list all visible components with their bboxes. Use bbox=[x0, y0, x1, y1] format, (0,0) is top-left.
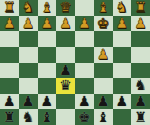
black-pawn-g7: ♟ bbox=[116, 16, 129, 31]
black-pawn-b7: ♟ bbox=[22, 16, 35, 31]
square-d1[interactable] bbox=[56, 109, 75, 125]
white-king-e1: ♚ bbox=[78, 110, 91, 125]
square-a4[interactable] bbox=[0, 63, 19, 79]
square-d4[interactable]: ♟ bbox=[56, 63, 75, 79]
black-rook-a8: ♜ bbox=[3, 0, 16, 15]
square-a5[interactable] bbox=[0, 47, 19, 63]
white-pawn-f2: ♟ bbox=[97, 94, 110, 109]
square-c4[interactable] bbox=[38, 63, 57, 79]
square-d3[interactable]: ♛ bbox=[56, 78, 75, 94]
white-knight-b1: ♞ bbox=[22, 110, 35, 125]
square-d7[interactable]: ♟ bbox=[56, 16, 75, 32]
black-pawn-c7: ♟ bbox=[41, 16, 54, 31]
black-pawn-d7: ♟ bbox=[59, 16, 72, 31]
square-b8[interactable]: ♞ bbox=[19, 0, 38, 16]
square-d6[interactable] bbox=[56, 31, 75, 47]
black-knight-g8: ♞ bbox=[116, 0, 129, 15]
square-g1[interactable] bbox=[113, 109, 132, 125]
square-c2[interactable]: ♟ bbox=[38, 94, 57, 110]
square-e1[interactable]: ♚ bbox=[75, 109, 94, 125]
square-c8[interactable]: ♝ bbox=[38, 0, 57, 16]
square-a7[interactable]: ♟ bbox=[0, 16, 19, 32]
square-e5[interactable] bbox=[75, 47, 94, 63]
chess-board: ♜♞♝♛♝♞♜♟♟♟♟♟♚♟♟♟♟♛♞♟♟♟♟♟♟♟♜♞♝♚♝♜ bbox=[0, 0, 150, 125]
square-a1[interactable]: ♜ bbox=[0, 109, 19, 125]
square-e4[interactable] bbox=[75, 63, 94, 79]
square-h3[interactable]: ♞ bbox=[131, 78, 150, 94]
square-f4[interactable] bbox=[94, 63, 113, 79]
square-f3[interactable] bbox=[94, 78, 113, 94]
square-h7[interactable]: ♟ bbox=[131, 16, 150, 32]
square-e3[interactable] bbox=[75, 78, 94, 94]
black-pawn-e7: ♟ bbox=[78, 16, 91, 31]
white-pawn-e2: ♟ bbox=[78, 94, 91, 109]
square-h8[interactable]: ♜ bbox=[131, 0, 150, 16]
square-f2[interactable]: ♟ bbox=[94, 94, 113, 110]
black-knight-b8: ♞ bbox=[22, 0, 35, 15]
square-b1[interactable]: ♞ bbox=[19, 109, 38, 125]
square-b5[interactable] bbox=[19, 47, 38, 63]
white-pawn-h2: ♟ bbox=[134, 94, 147, 109]
square-c1[interactable]: ♝ bbox=[38, 109, 57, 125]
white-pawn-c2: ♟ bbox=[41, 94, 54, 109]
square-c7[interactable]: ♟ bbox=[38, 16, 57, 32]
square-g7[interactable]: ♟ bbox=[113, 16, 132, 32]
square-a2[interactable]: ♟ bbox=[0, 94, 19, 110]
black-pawn-a7: ♟ bbox=[3, 16, 16, 31]
square-g4[interactable] bbox=[113, 63, 132, 79]
white-bishop-f1: ♝ bbox=[97, 110, 110, 125]
square-e2[interactable]: ♟ bbox=[75, 94, 94, 110]
square-f8[interactable]: ♝ bbox=[94, 0, 113, 16]
square-f1[interactable]: ♝ bbox=[94, 109, 113, 125]
square-c5[interactable] bbox=[38, 47, 57, 63]
square-h6[interactable] bbox=[131, 31, 150, 47]
square-g8[interactable]: ♞ bbox=[113, 0, 132, 16]
black-pawn-f5: ♟ bbox=[97, 47, 110, 62]
white-pawn-a2: ♟ bbox=[3, 94, 16, 109]
square-d2[interactable] bbox=[56, 94, 75, 110]
square-a3[interactable] bbox=[0, 78, 19, 94]
white-queen-d3: ♛ bbox=[59, 78, 72, 93]
black-king-f7: ♚ bbox=[97, 16, 110, 31]
square-g5[interactable] bbox=[113, 47, 132, 63]
square-g6[interactable] bbox=[113, 31, 132, 47]
white-bishop-c1: ♝ bbox=[41, 110, 54, 125]
black-rook-h8: ♜ bbox=[134, 0, 147, 15]
square-g3[interactable] bbox=[113, 78, 132, 94]
white-rook-h1: ♜ bbox=[134, 110, 147, 125]
square-f6[interactable] bbox=[94, 31, 113, 47]
white-rook-a1: ♜ bbox=[3, 110, 16, 125]
square-a8[interactable]: ♜ bbox=[0, 0, 19, 16]
square-g2[interactable]: ♟ bbox=[113, 94, 132, 110]
square-h4[interactable] bbox=[131, 63, 150, 79]
white-pawn-d4: ♟ bbox=[59, 63, 72, 78]
black-queen-d8: ♛ bbox=[59, 0, 72, 15]
white-knight-h3: ♞ bbox=[134, 78, 147, 93]
square-e8[interactable] bbox=[75, 0, 94, 16]
white-pawn-g2: ♟ bbox=[116, 94, 129, 109]
square-c3[interactable] bbox=[38, 78, 57, 94]
square-b2[interactable]: ♟ bbox=[19, 94, 38, 110]
square-e6[interactable] bbox=[75, 31, 94, 47]
square-f5[interactable]: ♟ bbox=[94, 47, 113, 63]
square-b3[interactable] bbox=[19, 78, 38, 94]
square-d8[interactable]: ♛ bbox=[56, 0, 75, 16]
square-h1[interactable]: ♜ bbox=[131, 109, 150, 125]
square-b6[interactable] bbox=[19, 31, 38, 47]
square-b4[interactable] bbox=[19, 63, 38, 79]
square-h2[interactable]: ♟ bbox=[131, 94, 150, 110]
white-pawn-b2: ♟ bbox=[22, 94, 35, 109]
square-a6[interactable] bbox=[0, 31, 19, 47]
black-bishop-c8: ♝ bbox=[41, 0, 54, 15]
square-e7[interactable]: ♟ bbox=[75, 16, 94, 32]
black-bishop-f8: ♝ bbox=[97, 0, 110, 15]
square-d5[interactable] bbox=[56, 47, 75, 63]
square-f7[interactable]: ♚ bbox=[94, 16, 113, 32]
chess-board-window: ♜♞♝♛♝♞♜♟♟♟♟♟♚♟♟♟♟♛♞♟♟♟♟♟♟♟♜♞♝♚♝♜ bbox=[0, 0, 150, 125]
black-pawn-h7: ♟ bbox=[134, 16, 147, 31]
square-h5[interactable] bbox=[131, 47, 150, 63]
square-b7[interactable]: ♟ bbox=[19, 16, 38, 32]
square-c6[interactable] bbox=[38, 31, 57, 47]
